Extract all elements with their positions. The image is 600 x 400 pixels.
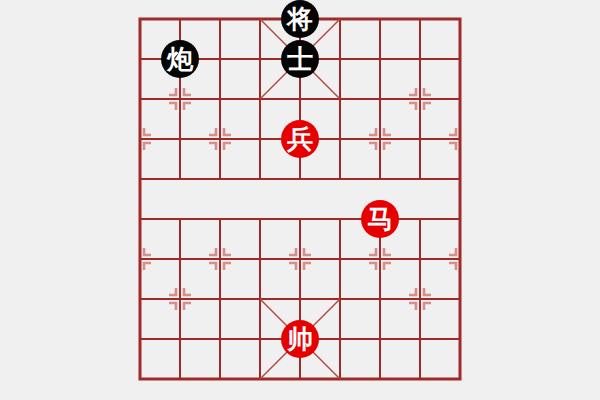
xiangqi-diagram: 将 炮 士 兵 马 帅 <box>0 0 600 400</box>
piece-glyph: 帅 <box>287 326 313 352</box>
piece-glyph: 将 <box>287 6 313 32</box>
piece-red-general[interactable]: 帅 <box>281 320 319 358</box>
piece-black-cannon[interactable]: 炮 <box>161 40 199 78</box>
piece-black-general[interactable]: 将 <box>281 0 319 38</box>
piece-red-soldier[interactable]: 兵 <box>281 120 319 158</box>
piece-glyph: 炮 <box>167 46 193 72</box>
piece-glyph: 马 <box>367 206 393 232</box>
piece-red-horse[interactable]: 马 <box>361 200 399 238</box>
piece-glyph: 士 <box>287 46 313 72</box>
pieces-layer: 将 炮 士 兵 马 帅 <box>120 0 480 399</box>
piece-glyph: 兵 <box>287 126 313 152</box>
piece-black-advisor[interactable]: 士 <box>281 40 319 78</box>
